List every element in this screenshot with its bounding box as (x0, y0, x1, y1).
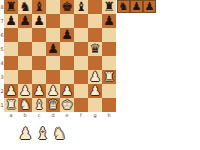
file-label-h: h (102, 112, 116, 119)
square-f3[interactable] (74, 70, 88, 84)
black-knight-piece: ♞ (19, 0, 31, 14)
black-rook-piece: ♜ (5, 0, 17, 14)
file-label-f: f (74, 112, 88, 119)
square-d2[interactable]: ♟ (46, 84, 60, 98)
captured-white-pieces-tray: ♟♝♞ (17, 124, 68, 144)
captured-piece-cell: ♞ (117, 0, 130, 13)
square-d6[interactable] (46, 28, 60, 42)
black-pawn-piece: ♟ (132, 1, 142, 13)
white-pawn-piece: ♟ (89, 84, 101, 98)
rank-label-3: 3 (0, 70, 4, 84)
square-a3[interactable] (4, 70, 18, 84)
captured-piece-cell: ♟ (143, 0, 156, 13)
white-pawn-piece: ♟ (33, 84, 45, 98)
captured-piece-cell: ♟ (130, 0, 143, 13)
square-h1[interactable] (102, 98, 116, 112)
square-e5[interactable] (60, 42, 74, 56)
square-h2[interactable] (102, 84, 116, 98)
square-f1[interactable] (74, 98, 88, 112)
white-rook-piece: ♜ (5, 98, 17, 112)
captured-piece-cell: ♟ (17, 124, 34, 144)
black-bishop-piece: ♝ (75, 0, 87, 14)
white-king-piece: ♚ (61, 98, 73, 112)
square-b5[interactable] (18, 42, 32, 56)
square-g7[interactable] (88, 14, 102, 28)
white-bishop-piece: ♝ (33, 98, 45, 112)
square-a8[interactable]: ♜ (4, 0, 18, 14)
black-pawn-piece: ♟ (33, 14, 45, 28)
square-f8[interactable]: ♝ (74, 0, 88, 14)
chess-board: ♜♞♝♚♝♜♟♟♟♟♟♟♛♟♜♟♟♟♟♟♟♜♞♝♛♚ (4, 0, 116, 112)
black-pawn-piece: ♟ (19, 14, 31, 28)
file-label-g: g (88, 112, 102, 119)
square-c7[interactable]: ♟ (32, 14, 46, 28)
square-b2[interactable]: ♟ (18, 84, 32, 98)
white-bishop-piece: ♝ (35, 124, 49, 144)
black-pawn-piece: ♟ (103, 14, 115, 28)
file-label-b: b (18, 112, 32, 119)
rank-label-8: 8 (0, 0, 4, 14)
white-pawn-piece: ♟ (61, 84, 73, 98)
black-bishop-piece: ♝ (33, 0, 45, 14)
file-label-d: d (46, 112, 60, 119)
square-h8[interactable]: ♜ (102, 0, 116, 14)
rank-label-1: 1 (0, 98, 4, 112)
square-c3[interactable] (32, 70, 46, 84)
black-knight-piece: ♞ (119, 1, 129, 13)
square-g3[interactable]: ♟ (88, 70, 102, 84)
chess-app: ♜♞♝♚♝♜♟♟♟♟♟♟♛♟♜♟♟♟♟♟♟♜♞♝♛♚ 87654321 abcd… (0, 0, 200, 150)
square-c6[interactable] (32, 28, 46, 42)
square-e1[interactable]: ♚ (60, 98, 74, 112)
square-h4[interactable] (102, 56, 116, 70)
square-f2[interactable] (74, 84, 88, 98)
black-king-piece: ♚ (61, 0, 73, 14)
rank-label-4: 4 (0, 56, 4, 70)
square-b4[interactable] (18, 56, 32, 70)
rank-label-7: 7 (0, 14, 4, 28)
square-d3[interactable] (46, 70, 60, 84)
square-d4[interactable] (46, 56, 60, 70)
square-e7[interactable] (60, 14, 74, 28)
file-label-c: c (32, 112, 46, 119)
square-d8[interactable] (46, 0, 60, 14)
square-b8[interactable]: ♞ (18, 0, 32, 14)
square-g5[interactable]: ♛ (88, 42, 102, 56)
white-pawn-piece: ♟ (19, 84, 31, 98)
square-b3[interactable] (18, 70, 32, 84)
square-c2[interactable]: ♟ (32, 84, 46, 98)
square-f4[interactable] (74, 56, 88, 70)
file-label-a: a (4, 112, 18, 119)
square-a7[interactable]: ♟ (4, 14, 18, 28)
square-d5[interactable]: ♟ (46, 42, 60, 56)
rank-labels: 87654321 (0, 0, 4, 112)
white-knight-piece: ♞ (52, 124, 66, 144)
white-pawn-piece: ♟ (89, 70, 101, 84)
square-e3[interactable] (60, 70, 74, 84)
captured-black-pieces-tray: ♞♟♟ (117, 0, 156, 13)
square-h7[interactable]: ♟ (102, 14, 116, 28)
square-c8[interactable]: ♝ (32, 0, 46, 14)
square-e8[interactable]: ♚ (60, 0, 74, 14)
black-rook-piece: ♜ (103, 0, 115, 14)
square-d7[interactable] (46, 14, 60, 28)
square-g4[interactable] (88, 56, 102, 70)
square-h6[interactable] (102, 28, 116, 42)
captured-piece-cell: ♝ (34, 124, 51, 144)
square-c5[interactable] (32, 42, 46, 56)
white-rook-piece: ♜ (103, 70, 115, 84)
black-pawn-piece: ♟ (5, 14, 17, 28)
square-g6[interactable] (88, 28, 102, 42)
square-a4[interactable] (4, 56, 18, 70)
square-c4[interactable] (32, 56, 46, 70)
square-a5[interactable] (4, 42, 18, 56)
white-pawn-piece: ♟ (47, 84, 59, 98)
file-label-e: e (60, 112, 74, 119)
captured-piece-cell: ♞ (51, 124, 68, 144)
square-g1[interactable] (88, 98, 102, 112)
square-e2[interactable]: ♟ (60, 84, 74, 98)
white-pawn-piece: ♟ (5, 84, 17, 98)
square-h3[interactable]: ♜ (102, 70, 116, 84)
black-pawn-piece: ♟ (47, 42, 59, 56)
square-g8[interactable] (88, 0, 102, 14)
white-queen-piece: ♛ (47, 98, 59, 112)
square-d1[interactable]: ♛ (46, 98, 60, 112)
square-b6[interactable] (18, 28, 32, 42)
rank-label-6: 6 (0, 28, 4, 42)
square-f7[interactable] (74, 14, 88, 28)
square-g2[interactable]: ♟ (88, 84, 102, 98)
square-e6[interactable]: ♟ (60, 28, 74, 42)
square-a1[interactable]: ♜ (4, 98, 18, 112)
black-queen-piece: ♛ (89, 42, 101, 56)
rank-label-5: 5 (0, 42, 4, 56)
square-e4[interactable] (60, 56, 74, 70)
square-f5[interactable] (74, 42, 88, 56)
square-b7[interactable]: ♟ (18, 14, 32, 28)
black-pawn-piece: ♟ (61, 28, 73, 42)
square-h5[interactable] (102, 42, 116, 56)
square-b1[interactable]: ♞ (18, 98, 32, 112)
square-c1[interactable]: ♝ (32, 98, 46, 112)
square-a6[interactable] (4, 28, 18, 42)
file-labels: abcdefgh (4, 112, 116, 120)
rank-label-2: 2 (0, 84, 4, 98)
white-knight-piece: ♞ (19, 98, 31, 112)
white-pawn-piece: ♟ (18, 124, 32, 144)
black-pawn-piece: ♟ (145, 1, 155, 13)
square-f6[interactable] (74, 28, 88, 42)
square-a2[interactable]: ♟ (4, 84, 18, 98)
